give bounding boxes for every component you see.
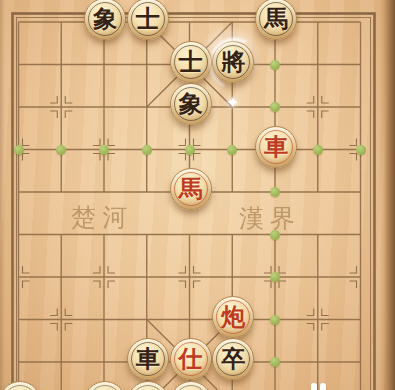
piece-character: 馬 <box>264 7 288 31</box>
move-hint-dot[interactable] <box>270 357 280 367</box>
move-hint-dot[interactable] <box>270 230 280 240</box>
piece-character: 士 <box>179 50 203 74</box>
piece-red-馬[interactable]: 馬 <box>170 168 212 210</box>
move-hint-dot[interactable] <box>56 145 66 155</box>
ui-fragment-bar <box>320 383 326 390</box>
piece-character: 象 <box>179 92 203 116</box>
piece-black-車[interactable]: 車 <box>127 338 169 380</box>
piece-black-卒[interactable]: 卒 <box>212 338 254 380</box>
piece-red-車[interactable]: 車 <box>255 126 297 168</box>
piece-character: 車 <box>136 347 160 371</box>
move-hint-dot[interactable] <box>14 145 24 155</box>
piece-character: 卒 <box>221 347 245 371</box>
piece-character: 士 <box>136 7 160 31</box>
move-hint-dot[interactable] <box>142 145 152 155</box>
move-hint-dot[interactable] <box>227 145 237 155</box>
river-label-chu-he: 楚河 <box>71 201 133 234</box>
move-hint-dot[interactable] <box>99 145 109 155</box>
move-hint-dot[interactable] <box>356 145 366 155</box>
piece-character: 馬 <box>179 177 203 201</box>
move-hint-dot[interactable] <box>270 315 280 325</box>
move-hint-dot[interactable] <box>270 102 280 112</box>
xiangqi-app: 楚河 漢界 象士馬士將象車馬炮車仕卒 ✦ <box>0 0 395 390</box>
piece-red-仕[interactable]: 仕 <box>170 338 212 380</box>
ui-fragment-bar <box>311 383 317 390</box>
river-label-han-jie: 漢界 <box>239 202 301 235</box>
piece-character: 將 <box>221 50 245 74</box>
piece-character: 象 <box>93 7 117 31</box>
move-hint-dot[interactable] <box>270 60 280 70</box>
piece-character: 仕 <box>179 347 203 371</box>
piece-character: 炮 <box>221 305 245 329</box>
move-hint-dot[interactable] <box>313 145 323 155</box>
piece-red-炮[interactable]: 炮 <box>212 296 254 338</box>
piece-black-士[interactable]: 士 <box>170 41 212 83</box>
piece-character: 車 <box>264 135 288 159</box>
move-hint-dot[interactable] <box>270 272 280 282</box>
move-hint-dot[interactable] <box>270 187 280 197</box>
ui-fragment-bottom[interactable] <box>311 383 326 390</box>
move-hint-dot[interactable] <box>185 145 195 155</box>
piece-black-象[interactable]: 象 <box>170 83 212 125</box>
piece-black-象[interactable]: 象 <box>84 0 126 40</box>
piece-black-馬[interactable]: 馬 <box>255 0 297 40</box>
piece-black-士[interactable]: 士 <box>127 0 169 40</box>
piece-black-將[interactable]: 將 <box>212 41 254 83</box>
